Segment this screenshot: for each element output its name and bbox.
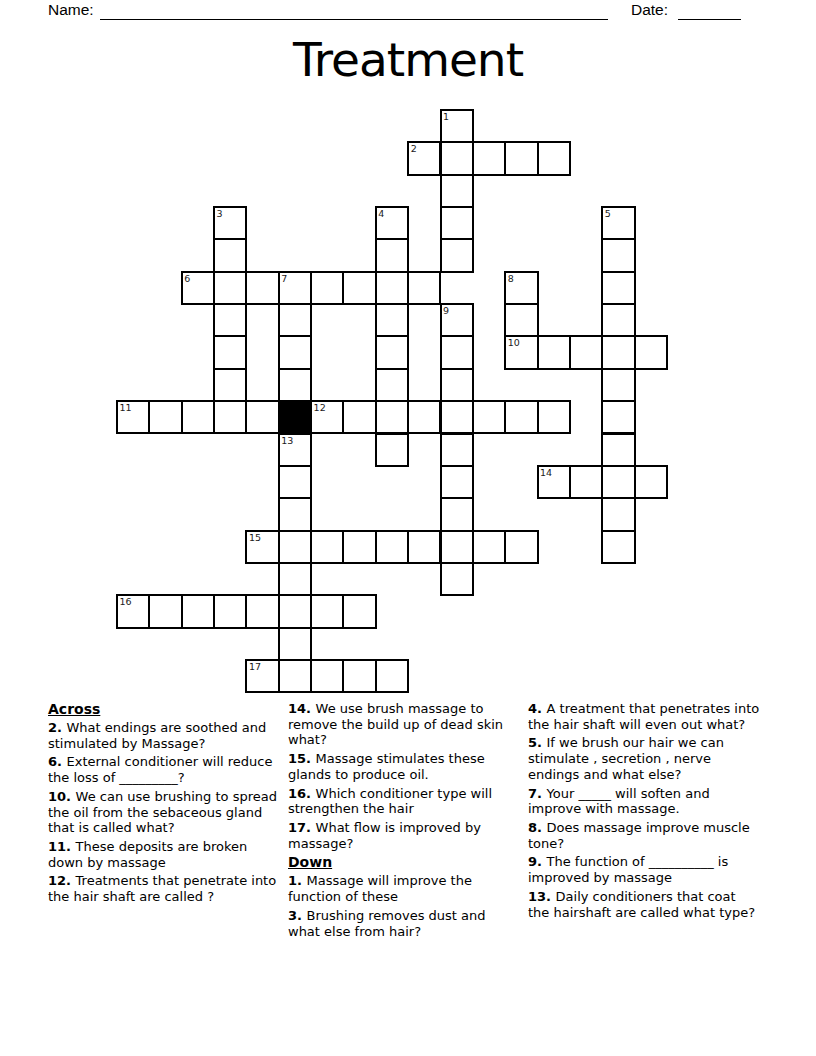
grid-cell[interactable]	[472, 141, 506, 175]
grid-cell[interactable]	[278, 659, 312, 693]
crossword-grid: 1234567891011121314151617	[117, 110, 668, 693]
clue-down-8: 8. Does massage improve muscle tone?	[528, 820, 761, 851]
grid-cell[interactable]	[634, 335, 668, 369]
clue-down-1: 1. Massage will improve the function of …	[288, 873, 521, 904]
grid-cell[interactable]	[601, 271, 635, 305]
clue-down-4: 4. A treatment that penetrates into the …	[528, 701, 761, 732]
grid-cell[interactable]	[537, 465, 571, 499]
name-blank-line	[100, 3, 608, 20]
clue-number: 13.	[528, 889, 556, 904]
grid-cell[interactable]	[504, 335, 538, 369]
clue-number: 5.	[528, 735, 547, 750]
grid-cell[interactable]	[440, 206, 474, 240]
grid-cell[interactable]	[440, 174, 474, 208]
clue-down-9: 9. The function of __________ is improve…	[528, 854, 761, 885]
grid-cell[interactable]	[278, 335, 312, 369]
grid-cell[interactable]	[440, 109, 474, 143]
grid-cell[interactable]	[278, 594, 312, 628]
grid-cell[interactable]	[278, 627, 312, 661]
date-blank-line	[678, 3, 741, 20]
grid-cell[interactable]	[213, 271, 247, 305]
clue-number: 16.	[288, 786, 316, 801]
grid-cell[interactable]	[375, 368, 409, 402]
grid-cell[interactable]	[601, 400, 635, 434]
grid-cell[interactable]	[375, 206, 409, 240]
grid-cell[interactable]	[342, 530, 376, 564]
grid-cell[interactable]	[310, 594, 344, 628]
grid-cell[interactable]	[116, 594, 150, 628]
grid-cell[interactable]	[375, 238, 409, 272]
clue-number: 1.	[288, 873, 307, 888]
grid-cell[interactable]	[278, 562, 312, 596]
grid-cell[interactable]	[440, 303, 474, 337]
grid-cell[interactable]	[472, 530, 506, 564]
clue-number: 17.	[288, 820, 316, 835]
clue-number: 8.	[528, 820, 547, 835]
grid-cell[interactable]	[181, 400, 215, 434]
grid-cell[interactable]	[504, 400, 538, 434]
grid-cell[interactable]	[472, 400, 506, 434]
grid-cell[interactable]	[278, 433, 312, 467]
grid-cell[interactable]	[569, 335, 603, 369]
grid-cell[interactable]	[148, 400, 182, 434]
clue-across-2: 2. What endings are soothed and stimulat…	[48, 720, 281, 751]
grid-cell[interactable]	[278, 368, 312, 402]
grid-cell[interactable]	[407, 271, 441, 305]
clue-number: 7.	[528, 786, 547, 801]
clue-number: 10.	[48, 789, 76, 804]
clue-column-1: Across2. What endings are soothed and st…	[48, 701, 281, 942]
grid-cell[interactable]	[213, 594, 247, 628]
grid-cell[interactable]	[245, 271, 279, 305]
grid-cell[interactable]	[213, 303, 247, 337]
grid-cell[interactable]	[278, 303, 312, 337]
grid-cell[interactable]	[342, 594, 376, 628]
grid-cell[interactable]	[440, 400, 474, 434]
grid-cell[interactable]	[407, 530, 441, 564]
grid-cell[interactable]	[634, 465, 668, 499]
grid-cell[interactable]	[213, 368, 247, 402]
grid-cell[interactable]	[504, 303, 538, 337]
clue-across-17: 17. What flow is improved by massage?	[288, 820, 521, 851]
grid-cell[interactable]	[440, 238, 474, 272]
grid-cell[interactable]	[601, 433, 635, 467]
grid-cell[interactable]	[504, 530, 538, 564]
grid-cell[interactable]	[504, 271, 538, 305]
clue-number: 15.	[288, 751, 316, 766]
clue-number: 11.	[48, 839, 76, 854]
clue-down-13: 13. Daily conditioners that coat the hai…	[528, 889, 761, 920]
clue-number: 12.	[48, 873, 76, 888]
grid-cell[interactable]	[375, 303, 409, 337]
grid-cell[interactable]	[310, 659, 344, 693]
clue-column-2: 14. We use brush massage to remove the b…	[288, 701, 521, 942]
grid-cell[interactable]	[342, 659, 376, 693]
grid-cell[interactable]	[278, 530, 312, 564]
clue-across-10: 10. We can use brushing to spread the oi…	[48, 789, 281, 836]
clue-across-11: 11. These deposits are broken down by ma…	[48, 839, 281, 870]
grid-cell[interactable]	[407, 141, 441, 175]
grid-cell[interactable]	[213, 400, 247, 434]
clue-down-7: 7. Your _____ will soften and improve wi…	[528, 786, 761, 817]
grid-cell[interactable]	[245, 594, 279, 628]
grid-cell[interactable]	[440, 497, 474, 531]
grid-cell[interactable]	[601, 206, 635, 240]
clue-number: 14.	[288, 701, 316, 716]
grid-cell[interactable]	[537, 335, 571, 369]
grid-cell[interactable]	[440, 141, 474, 175]
grid-cell[interactable]	[278, 497, 312, 531]
grid-cell[interactable]	[213, 206, 247, 240]
grid-cell[interactable]	[310, 400, 344, 434]
grid-cell[interactable]	[440, 530, 474, 564]
blocked-cell	[278, 400, 312, 434]
down-header: Down	[288, 854, 521, 870]
grid-cell[interactable]	[440, 465, 474, 499]
across-header: Across	[48, 701, 281, 717]
grid-cell[interactable]	[504, 141, 538, 175]
grid-cell[interactable]	[601, 303, 635, 337]
grid-cell[interactable]	[440, 433, 474, 467]
clue-across-6: 6. External conditioner will reduce the …	[48, 754, 281, 785]
grid-cell[interactable]	[375, 433, 409, 467]
grid-cell[interactable]	[601, 530, 635, 564]
clue-number: 9.	[528, 854, 547, 869]
grid-cell[interactable]	[537, 141, 571, 175]
clue-across-15: 15. Massage stimulates these glands to p…	[288, 751, 521, 782]
grid-cell[interactable]	[213, 238, 247, 272]
clue-number: 4.	[528, 701, 547, 716]
grid-cell[interactable]	[342, 271, 376, 305]
grid-cell[interactable]	[601, 368, 635, 402]
clue-down-5: 5. If we brush our hair we can stimulate…	[528, 735, 761, 782]
clue-across-16: 16. Which conditioner type will strength…	[288, 786, 521, 817]
grid-cell[interactable]	[440, 335, 474, 369]
grid-cell[interactable]	[278, 465, 312, 499]
grid-cell[interactable]	[569, 465, 603, 499]
grid-cell[interactable]	[342, 400, 376, 434]
grid-cell[interactable]	[601, 238, 635, 272]
clue-number: 6.	[48, 754, 67, 769]
grid-cell[interactable]	[375, 659, 409, 693]
grid-cell[interactable]	[407, 400, 441, 434]
clue-number: 3.	[288, 908, 307, 923]
grid-cell[interactable]	[213, 335, 247, 369]
clue-down-3: 3. Brushing removes dust and what else f…	[288, 908, 521, 939]
grid-cell[interactable]	[537, 400, 571, 434]
grid-cell[interactable]	[310, 271, 344, 305]
clue-column-3: 4. A treatment that penetrates into the …	[528, 701, 761, 942]
grid-cell[interactable]	[440, 368, 474, 402]
grid-cell[interactable]	[181, 594, 215, 628]
date-label: Date:	[631, 1, 668, 19]
grid-cell[interactable]	[245, 659, 279, 693]
grid-cell[interactable]	[148, 594, 182, 628]
grid-cell[interactable]	[375, 530, 409, 564]
clue-number: 2.	[48, 720, 67, 735]
grid-cell[interactable]	[310, 530, 344, 564]
clue-section: Across2. What endings are soothed and st…	[48, 701, 768, 942]
grid-cell[interactable]	[601, 497, 635, 531]
grid-cell[interactable]	[245, 530, 279, 564]
clue-across-12: 12. Treatments that penetrate into the h…	[48, 873, 281, 904]
grid-cell[interactable]	[375, 400, 409, 434]
grid-cell[interactable]	[278, 271, 312, 305]
grid-cell[interactable]	[375, 335, 409, 369]
grid-cell[interactable]	[116, 400, 150, 434]
grid-cell[interactable]	[375, 271, 409, 305]
grid-cell[interactable]	[245, 400, 279, 434]
grid-cell[interactable]	[440, 562, 474, 596]
page-title: Treatment	[0, 33, 816, 87]
grid-cell[interactable]	[181, 271, 215, 305]
name-label: Name:	[48, 1, 94, 19]
grid-cell[interactable]	[601, 335, 635, 369]
grid-cell[interactable]	[601, 465, 635, 499]
clue-across-14: 14. We use brush massage to remove the b…	[288, 701, 521, 748]
